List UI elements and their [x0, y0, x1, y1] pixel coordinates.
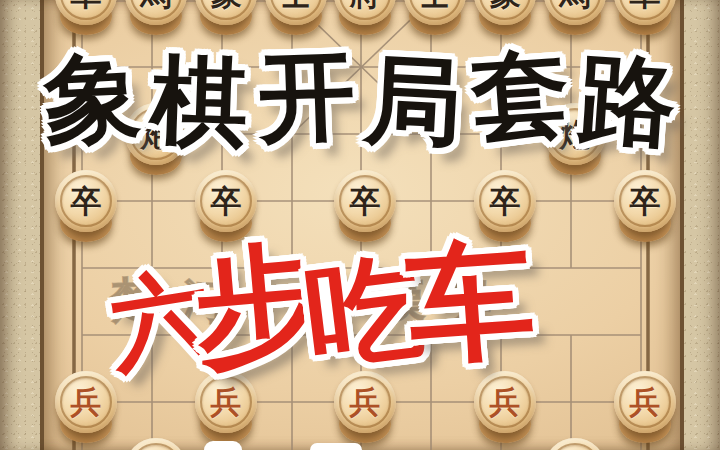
headline-char: 套: [469, 44, 573, 148]
headline-black: 象 棋 开 局 套 路: [0, 50, 720, 147]
piece-black-卒[interactable]: 卒: [334, 170, 396, 232]
piece-black-卒[interactable]: 卒: [55, 170, 117, 232]
piece-character: 馬: [544, 0, 606, 25]
piece-black-士[interactable]: 士: [404, 0, 466, 25]
piece-black-馬[interactable]: 馬: [544, 0, 606, 25]
headline-char: 棋: [149, 51, 249, 151]
piece-black-卒[interactable]: 卒: [195, 170, 257, 232]
piece-black-士[interactable]: 士: [265, 0, 327, 25]
piece-character: 炮: [125, 438, 187, 450]
piece-character: 士: [404, 0, 466, 25]
piece-black-車[interactable]: 車: [614, 0, 676, 25]
piece-character: 卒: [334, 170, 396, 232]
piece-character: 象: [195, 0, 257, 25]
headline-char: 路: [576, 49, 680, 153]
piece-red-兵[interactable]: 兵: [55, 371, 117, 433]
piece-character: 卒: [614, 170, 676, 232]
piece-black-象[interactable]: 象: [474, 0, 536, 25]
piece-red-兵[interactable]: 兵: [614, 371, 676, 433]
piece-character: 車: [614, 0, 676, 25]
piece-black-馬[interactable]: 馬: [125, 0, 187, 25]
piece-character: 馬: [125, 0, 187, 25]
piece-black-將[interactable]: 將: [334, 0, 396, 25]
piece-black-象[interactable]: 象: [195, 0, 257, 25]
piece-character: 卒: [195, 170, 257, 232]
headline-char: 象: [42, 48, 144, 150]
piece-character: 卒: [55, 170, 117, 232]
piece-red-炮[interactable]: 炮: [125, 438, 187, 450]
piece-character: 炮: [544, 438, 606, 450]
piece-black-車[interactable]: 車: [55, 0, 117, 25]
piece-character: 兵: [55, 371, 117, 433]
headline-char: 车: [404, 236, 538, 370]
piece-character: 將: [334, 0, 396, 25]
piece-character: 兵: [474, 371, 536, 433]
headline-char: 局: [362, 51, 464, 153]
piece-character: 士: [265, 0, 327, 25]
headline-red: 六 步 吃 车: [108, 242, 534, 368]
piece-character: 卒: [474, 170, 536, 232]
cutoff-caption-outline: [310, 443, 362, 450]
video-frame: 楚 河 漢 界 車馬象士將士象馬車炮炮卒卒卒卒卒兵兵兵兵兵炮炮 象 棋 开 局 …: [0, 0, 720, 450]
piece-red-兵[interactable]: 兵: [474, 371, 536, 433]
piece-black-卒[interactable]: 卒: [474, 170, 536, 232]
headline-char: 开: [256, 46, 356, 146]
cutoff-caption-outline: [204, 441, 242, 450]
piece-red-炮[interactable]: 炮: [544, 438, 606, 450]
piece-character: 車: [55, 0, 117, 25]
piece-black-卒[interactable]: 卒: [614, 170, 676, 232]
piece-character: 象: [474, 0, 536, 25]
piece-character: 兵: [614, 371, 676, 433]
